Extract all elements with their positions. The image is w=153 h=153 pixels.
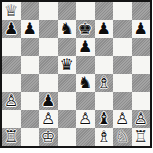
square-g1[interactable]: ♘ — [113, 128, 132, 146]
square-g4[interactable] — [113, 74, 132, 92]
white-knight: ♘ — [115, 129, 129, 145]
square-a2[interactable] — [2, 110, 21, 128]
square-b7[interactable]: ♟ — [21, 20, 40, 38]
square-h7[interactable]: ♟ — [132, 20, 151, 38]
square-d6[interactable] — [58, 38, 77, 56]
square-g7[interactable] — [113, 20, 132, 38]
white-pawn: ♙ — [78, 111, 92, 127]
square-c7[interactable] — [39, 20, 58, 38]
white-rook: ♖ — [134, 129, 148, 145]
square-b3[interactable] — [21, 92, 40, 110]
square-f8[interactable] — [95, 2, 114, 20]
square-d5[interactable]: ♛ — [58, 56, 77, 74]
black-pawn: ♟ — [41, 93, 55, 109]
square-a3[interactable]: ♙ — [2, 92, 21, 110]
white-bishop: ♗ — [97, 129, 111, 145]
square-a5[interactable] — [2, 56, 21, 74]
square-d8[interactable] — [58, 2, 77, 20]
square-f1[interactable]: ♗ — [95, 128, 114, 146]
white-pawn: ♙ — [41, 111, 55, 127]
square-c6[interactable] — [39, 38, 58, 56]
square-f5[interactable] — [95, 56, 114, 74]
square-h3[interactable] — [132, 92, 151, 110]
square-h8[interactable] — [132, 2, 151, 20]
square-b4[interactable] — [21, 74, 40, 92]
square-f4[interactable]: ♗ — [95, 74, 114, 92]
square-h5[interactable] — [132, 56, 151, 74]
square-g6[interactable] — [113, 38, 132, 56]
square-g5[interactable] — [113, 56, 132, 74]
black-knight: ♞ — [60, 21, 74, 37]
square-h6[interactable] — [132, 38, 151, 56]
white-pawn: ♙ — [115, 111, 129, 127]
square-a4[interactable] — [2, 74, 21, 92]
square-d3[interactable] — [58, 92, 77, 110]
square-a8[interactable]: ♕ — [2, 2, 21, 20]
chess-board: ♕♟♟♞♚♟♟♟♛♞♗♙♟♙♙♝♙♙♖♔♗♘♖ — [0, 0, 152, 148]
square-e8[interactable] — [76, 2, 95, 20]
square-e5[interactable] — [76, 56, 95, 74]
square-f2[interactable]: ♝ — [95, 110, 114, 128]
white-pawn: ♙ — [4, 93, 18, 109]
black-knight: ♞ — [78, 75, 92, 91]
black-pawn: ♟ — [97, 21, 111, 37]
square-e6[interactable]: ♟ — [76, 38, 95, 56]
square-g2[interactable]: ♙ — [113, 110, 132, 128]
square-b5[interactable] — [21, 56, 40, 74]
square-c2[interactable]: ♙ — [39, 110, 58, 128]
square-a1[interactable]: ♖ — [2, 128, 21, 146]
white-bishop: ♗ — [97, 75, 111, 91]
square-c3[interactable]: ♟ — [39, 92, 58, 110]
square-c8[interactable] — [39, 2, 58, 20]
square-b2[interactable] — [21, 110, 40, 128]
square-e3[interactable] — [76, 92, 95, 110]
square-d7[interactable]: ♞ — [58, 20, 77, 38]
square-b1[interactable] — [21, 128, 40, 146]
black-king: ♚ — [78, 21, 92, 37]
square-g8[interactable] — [113, 2, 132, 20]
square-a7[interactable]: ♟ — [2, 20, 21, 38]
square-f6[interactable] — [95, 38, 114, 56]
square-f3[interactable] — [95, 92, 114, 110]
square-h1[interactable]: ♖ — [132, 128, 151, 146]
square-e4[interactable]: ♞ — [76, 74, 95, 92]
square-b8[interactable] — [21, 2, 40, 20]
black-pawn: ♟ — [78, 39, 92, 55]
square-e7[interactable]: ♚ — [76, 20, 95, 38]
square-d4[interactable] — [58, 74, 77, 92]
square-h4[interactable] — [132, 74, 151, 92]
white-rook: ♖ — [4, 129, 18, 145]
chess-diagram-page: ♕♟♟♞♚♟♟♟♛♞♗♙♟♙♙♝♙♙♖♔♗♘♖ — [0, 0, 153, 153]
square-d2[interactable] — [58, 110, 77, 128]
black-pawn: ♟ — [23, 21, 37, 37]
square-e2[interactable]: ♙ — [76, 110, 95, 128]
black-pawn: ♟ — [134, 21, 148, 37]
white-queen: ♕ — [4, 3, 18, 19]
black-bishop: ♝ — [97, 111, 111, 127]
square-h2[interactable]: ♙ — [132, 110, 151, 128]
black-pawn: ♟ — [4, 21, 18, 37]
square-e1[interactable] — [76, 128, 95, 146]
square-a6[interactable] — [2, 38, 21, 56]
square-f7[interactable]: ♟ — [95, 20, 114, 38]
black-queen: ♛ — [60, 57, 74, 73]
white-pawn: ♙ — [134, 111, 148, 127]
white-king: ♔ — [41, 129, 55, 145]
square-d1[interactable] — [58, 128, 77, 146]
square-b6[interactable] — [21, 38, 40, 56]
square-c4[interactable] — [39, 74, 58, 92]
square-g3[interactable] — [113, 92, 132, 110]
square-c5[interactable] — [39, 56, 58, 74]
square-c1[interactable]: ♔ — [39, 128, 58, 146]
